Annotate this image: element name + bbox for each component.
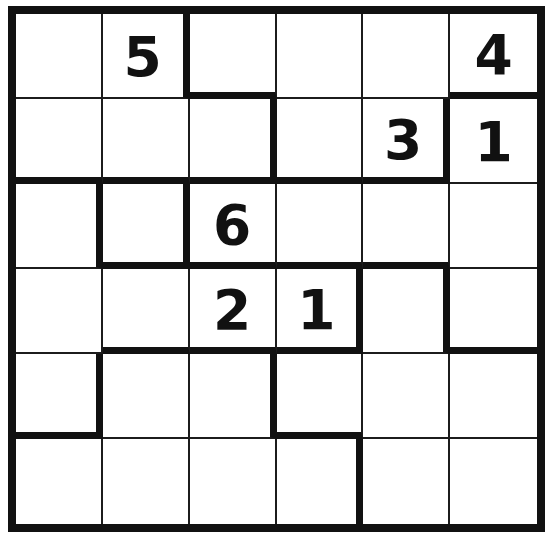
given-number: 6: [213, 198, 251, 253]
given-number: 1: [297, 283, 335, 338]
cell-r0-c5[interactable]: 4: [450, 14, 537, 99]
cell-r2-c2[interactable]: 6: [190, 184, 277, 269]
cell-r1-c4[interactable]: 3: [363, 99, 450, 184]
cell-r4-c1[interactable]: [103, 354, 190, 439]
cell-r2-c0[interactable]: [16, 184, 103, 269]
cell-r3-c2[interactable]: 2: [190, 269, 277, 354]
cell-r0-c0[interactable]: [16, 14, 103, 99]
cell-r5-c0[interactable]: [16, 439, 103, 524]
cell-r3-c0[interactable]: [16, 269, 103, 354]
cell-r2-c5[interactable]: [450, 184, 537, 269]
cell-r5-c4[interactable]: [363, 439, 450, 524]
cell-r2-c3[interactable]: [277, 184, 364, 269]
cell-r1-c2[interactable]: [190, 99, 277, 184]
given-number: 1: [474, 115, 512, 170]
cell-r5-c1[interactable]: [103, 439, 190, 524]
cell-r4-c2[interactable]: [190, 354, 277, 439]
cell-r1-c5[interactable]: 1: [450, 99, 537, 184]
cell-r0-c3[interactable]: [277, 14, 364, 99]
cell-r2-c4[interactable]: [363, 184, 450, 269]
cell-r1-c1[interactable]: [103, 99, 190, 184]
cell-r5-c2[interactable]: [190, 439, 277, 524]
suguru-board: 5431621: [8, 6, 545, 532]
given-number: 5: [124, 30, 162, 85]
given-number: 4: [474, 28, 512, 83]
given-number: 2: [213, 283, 251, 338]
cell-r5-c5[interactable]: [450, 439, 537, 524]
cell-r3-c3[interactable]: 1: [277, 269, 364, 354]
cell-r4-c3[interactable]: [277, 354, 364, 439]
cell-r4-c5[interactable]: [450, 354, 537, 439]
given-number: 3: [384, 113, 422, 168]
cell-r5-c3[interactable]: [277, 439, 364, 524]
cell-r3-c1[interactable]: [103, 269, 190, 354]
cell-r1-c3[interactable]: [277, 99, 364, 184]
cell-r3-c5[interactable]: [450, 269, 537, 354]
cell-r3-c4[interactable]: [363, 269, 450, 354]
cell-r2-c1[interactable]: [103, 184, 190, 269]
cell-r1-c0[interactable]: [16, 99, 103, 184]
cell-r0-c2[interactable]: [190, 14, 277, 99]
cell-r0-c1[interactable]: 5: [103, 14, 190, 99]
cell-r0-c4[interactable]: [363, 14, 450, 99]
puzzle-page: 5431621: [0, 0, 550, 538]
cell-r4-c4[interactable]: [363, 354, 450, 439]
cell-r4-c0[interactable]: [16, 354, 103, 439]
